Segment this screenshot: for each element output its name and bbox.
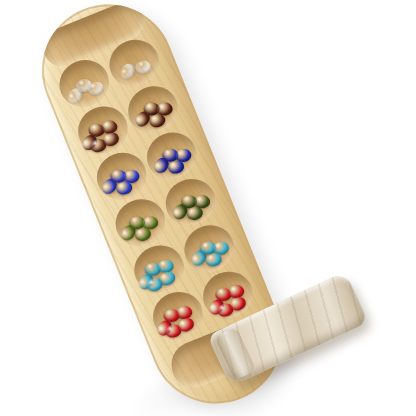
pits-grid (39, 27, 272, 351)
pit-L2[interactable] (71, 99, 135, 160)
gem-clear[interactable] (135, 60, 151, 73)
pit-R5[interactable] (177, 218, 241, 279)
gem-clear[interactable] (118, 60, 138, 81)
pit-L3[interactable] (90, 145, 154, 206)
pit-L4[interactable] (109, 192, 173, 253)
pit-L5[interactable] (127, 238, 191, 299)
photo-background (0, 0, 416, 416)
pit-R2[interactable] (121, 79, 185, 140)
gem-clear[interactable] (87, 81, 104, 96)
pit-R4[interactable] (159, 172, 223, 233)
pit-R3[interactable] (140, 125, 204, 186)
